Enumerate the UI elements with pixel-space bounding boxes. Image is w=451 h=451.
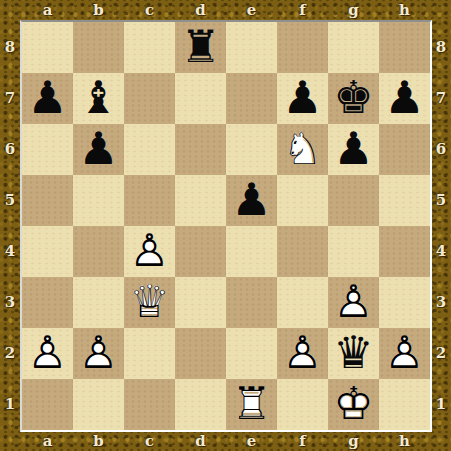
file-label-d: d — [175, 0, 226, 20]
square-a2[interactable]: ♟♙ — [22, 328, 73, 379]
file-label-h: h — [379, 431, 430, 451]
piece-glyph-outline: ♘ — [277, 124, 328, 175]
chess-board-frame: abcdefgh abcdefgh 87654321 87654321 ♜♟♝♟… — [0, 0, 451, 451]
square-b6[interactable]: ♟ — [73, 124, 124, 175]
square-d3[interactable] — [175, 277, 226, 328]
piece-glyph-fill: ♟ — [22, 73, 73, 124]
square-g4[interactable] — [328, 226, 379, 277]
piece-glyph-outline: ♙ — [73, 328, 124, 379]
piece-white-pawn[interactable]: ♟♙ — [277, 328, 328, 379]
rank-label-2: 2 — [431, 328, 451, 379]
square-f1[interactable] — [277, 379, 328, 430]
square-f8[interactable] — [277, 22, 328, 73]
square-b1[interactable] — [73, 379, 124, 430]
rank-label-5: 5 — [431, 175, 451, 226]
square-g7[interactable]: ♚ — [328, 73, 379, 124]
file-label-b: b — [73, 0, 124, 20]
piece-black-king[interactable]: ♚ — [328, 73, 379, 124]
piece-white-king[interactable]: ♚♔ — [328, 379, 379, 430]
rank-label-1: 1 — [431, 379, 451, 430]
piece-black-pawn[interactable]: ♟ — [22, 73, 73, 124]
square-d2[interactable] — [175, 328, 226, 379]
square-b8[interactable] — [73, 22, 124, 73]
square-c8[interactable] — [124, 22, 175, 73]
file-label-d: d — [175, 431, 226, 451]
rank-label-2: 2 — [0, 328, 20, 379]
file-labels-top: abcdefgh — [22, 0, 430, 20]
square-b5[interactable] — [73, 175, 124, 226]
rank-label-3: 3 — [431, 277, 451, 328]
file-labels-bottom: abcdefgh — [22, 431, 430, 451]
square-h7[interactable]: ♟ — [379, 73, 430, 124]
piece-black-pawn[interactable]: ♟ — [73, 124, 124, 175]
piece-black-queen[interactable]: ♛ — [328, 328, 379, 379]
piece-glyph-outline: ♙ — [379, 328, 430, 379]
square-c1[interactable] — [124, 379, 175, 430]
square-f4[interactable] — [277, 226, 328, 277]
square-d5[interactable] — [175, 175, 226, 226]
square-e7[interactable] — [226, 73, 277, 124]
piece-glyph-outline: ♙ — [328, 277, 379, 328]
file-label-h: h — [379, 0, 430, 20]
piece-black-pawn[interactable]: ♟ — [328, 124, 379, 175]
piece-black-rook[interactable]: ♜ — [175, 22, 226, 73]
square-c5[interactable] — [124, 175, 175, 226]
piece-glyph-outline: ♕ — [124, 277, 175, 328]
piece-glyph-outline: ♙ — [277, 328, 328, 379]
file-label-f: f — [277, 0, 328, 20]
square-c4[interactable]: ♟♙ — [124, 226, 175, 277]
square-h3[interactable] — [379, 277, 430, 328]
file-label-c: c — [124, 431, 175, 451]
square-b3[interactable] — [73, 277, 124, 328]
square-b2[interactable]: ♟♙ — [73, 328, 124, 379]
rank-label-6: 6 — [0, 124, 20, 175]
square-a1[interactable] — [22, 379, 73, 430]
piece-white-pawn[interactable]: ♟♙ — [328, 277, 379, 328]
piece-glyph-fill: ♟ — [379, 73, 430, 124]
square-h6[interactable] — [379, 124, 430, 175]
piece-white-pawn[interactable]: ♟♙ — [22, 328, 73, 379]
file-label-a: a — [22, 0, 73, 20]
rank-label-6: 6 — [431, 124, 451, 175]
piece-glyph-fill: ♟ — [277, 73, 328, 124]
piece-glyph-fill: ♟ — [73, 124, 124, 175]
square-c3[interactable]: ♛♕ — [124, 277, 175, 328]
square-g8[interactable] — [328, 22, 379, 73]
rank-label-8: 8 — [431, 22, 451, 73]
piece-glyph-outline: ♙ — [124, 226, 175, 277]
piece-white-rook[interactable]: ♜♖ — [226, 379, 277, 430]
square-f3[interactable] — [277, 277, 328, 328]
square-h5[interactable] — [379, 175, 430, 226]
rank-label-7: 7 — [0, 73, 20, 124]
file-label-e: e — [226, 431, 277, 451]
square-f5[interactable] — [277, 175, 328, 226]
piece-glyph-fill: ♚ — [328, 73, 379, 124]
square-f2[interactable]: ♟♙ — [277, 328, 328, 379]
piece-glyph-outline: ♔ — [328, 379, 379, 430]
square-h8[interactable] — [379, 22, 430, 73]
square-g6[interactable]: ♟ — [328, 124, 379, 175]
square-g5[interactable] — [328, 175, 379, 226]
square-c7[interactable] — [124, 73, 175, 124]
file-label-g: g — [328, 0, 379, 20]
piece-white-pawn[interactable]: ♟♙ — [124, 226, 175, 277]
rank-label-7: 7 — [431, 73, 451, 124]
square-e2[interactable] — [226, 328, 277, 379]
rank-labels-left: 87654321 — [0, 22, 20, 430]
rank-label-8: 8 — [0, 22, 20, 73]
square-g2[interactable]: ♛ — [328, 328, 379, 379]
square-h2[interactable]: ♟♙ — [379, 328, 430, 379]
square-h4[interactable] — [379, 226, 430, 277]
square-g3[interactable]: ♟♙ — [328, 277, 379, 328]
piece-glyph-fill: ♟ — [328, 124, 379, 175]
square-f7[interactable]: ♟ — [277, 73, 328, 124]
square-a8[interactable] — [22, 22, 73, 73]
square-a7[interactable]: ♟ — [22, 73, 73, 124]
piece-white-pawn[interactable]: ♟♙ — [73, 328, 124, 379]
piece-black-pawn[interactable]: ♟ — [379, 73, 430, 124]
square-h1[interactable] — [379, 379, 430, 430]
square-d8[interactable]: ♜ — [175, 22, 226, 73]
square-e6[interactable] — [226, 124, 277, 175]
piece-glyph-fill: ♜ — [175, 22, 226, 73]
square-a5[interactable] — [22, 175, 73, 226]
square-a3[interactable] — [22, 277, 73, 328]
square-d1[interactable] — [175, 379, 226, 430]
piece-black-bishop[interactable]: ♝ — [73, 73, 124, 124]
piece-black-pawn[interactable]: ♟ — [277, 73, 328, 124]
square-e8[interactable] — [226, 22, 277, 73]
square-e5[interactable]: ♟ — [226, 175, 277, 226]
rank-label-5: 5 — [0, 175, 20, 226]
square-d6[interactable] — [175, 124, 226, 175]
square-a6[interactable] — [22, 124, 73, 175]
rank-label-4: 4 — [431, 226, 451, 277]
file-label-a: a — [22, 431, 73, 451]
square-c2[interactable] — [124, 328, 175, 379]
rank-labels-right: 87654321 — [431, 22, 451, 430]
square-e4[interactable] — [226, 226, 277, 277]
piece-glyph-fill: ♛ — [328, 328, 379, 379]
rank-label-3: 3 — [0, 277, 20, 328]
square-d4[interactable] — [175, 226, 226, 277]
square-g1[interactable]: ♚♔ — [328, 379, 379, 430]
piece-white-pawn[interactable]: ♟♙ — [379, 328, 430, 379]
file-label-e: e — [226, 0, 277, 20]
file-label-g: g — [328, 431, 379, 451]
square-d7[interactable] — [175, 73, 226, 124]
board: ♜♟♝♟♚♟♟♞♘♟♟♟♙♛♕♟♙♟♙♟♙♟♙♛♟♙♜♖♚♔ — [20, 20, 432, 432]
file-label-f: f — [277, 431, 328, 451]
piece-glyph-outline: ♖ — [226, 379, 277, 430]
square-c6[interactable] — [124, 124, 175, 175]
file-label-b: b — [73, 431, 124, 451]
piece-glyph-fill: ♟ — [226, 175, 277, 226]
square-e3[interactable] — [226, 277, 277, 328]
piece-glyph-fill: ♝ — [73, 73, 124, 124]
piece-white-knight[interactable]: ♞♘ — [277, 124, 328, 175]
piece-glyph-outline: ♙ — [22, 328, 73, 379]
square-f6[interactable]: ♞♘ — [277, 124, 328, 175]
square-e1[interactable]: ♜♖ — [226, 379, 277, 430]
square-a4[interactable] — [22, 226, 73, 277]
square-b7[interactable]: ♝ — [73, 73, 124, 124]
square-b4[interactable] — [73, 226, 124, 277]
piece-white-queen[interactable]: ♛♕ — [124, 277, 175, 328]
piece-black-pawn[interactable]: ♟ — [226, 175, 277, 226]
rank-label-4: 4 — [0, 226, 20, 277]
rank-label-1: 1 — [0, 379, 20, 430]
file-label-c: c — [124, 0, 175, 20]
